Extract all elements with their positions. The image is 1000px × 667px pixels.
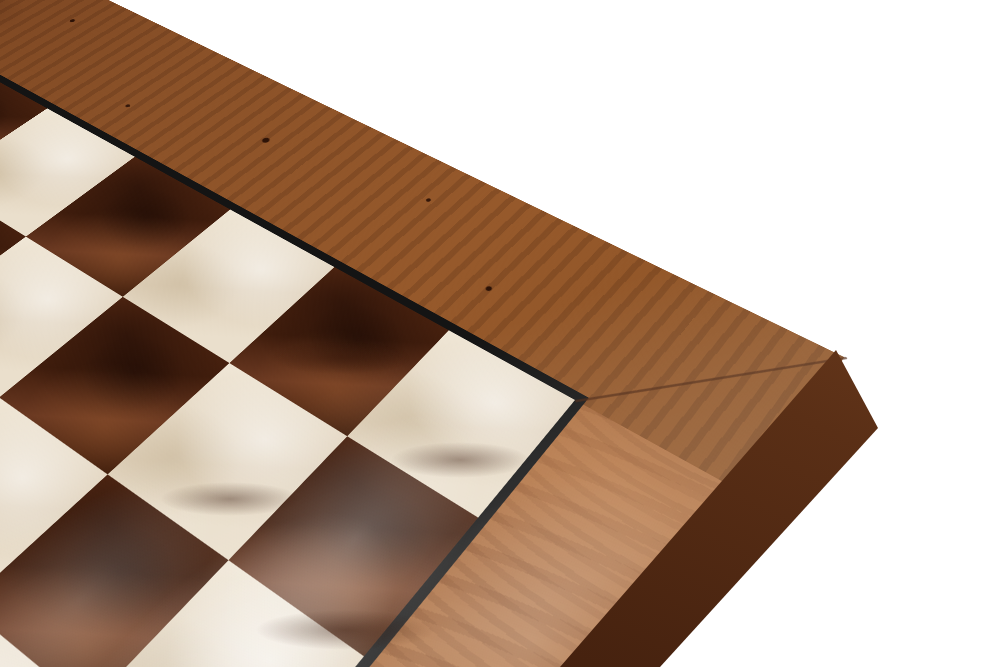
product-photo-stage: ♝ ♝ ♜ ♜ ♟ ♟ ♞ ♞ ♟ ♟ [0, 0, 1000, 667]
pawn-piece: ♟ [0, 352, 303, 667]
